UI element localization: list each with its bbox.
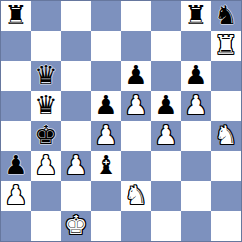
- square-d7[interactable]: [91, 31, 121, 61]
- square-a2[interactable]: ♟: [1, 181, 31, 211]
- square-f3[interactable]: [151, 151, 181, 181]
- piece-black-rook[interactable]: ♜: [4, 1, 27, 30]
- square-d1[interactable]: [91, 211, 121, 241]
- piece-black-queen[interactable]: ♛: [34, 61, 57, 90]
- square-e7[interactable]: [121, 31, 151, 61]
- square-b7[interactable]: [31, 31, 61, 61]
- square-d5[interactable]: ♟: [91, 91, 121, 121]
- piece-white-pawn[interactable]: ♟: [34, 151, 57, 180]
- piece-black-bishop[interactable]: ♝: [94, 151, 117, 180]
- square-g8[interactable]: ♜: [181, 1, 211, 31]
- square-c7[interactable]: [61, 31, 91, 61]
- piece-white-rook[interactable]: ♜: [214, 31, 237, 60]
- square-c1[interactable]: ♚: [61, 211, 91, 241]
- square-d8[interactable]: [91, 1, 121, 31]
- square-e3[interactable]: [121, 151, 151, 181]
- square-a3[interactable]: ♟: [1, 151, 31, 181]
- square-g5[interactable]: ♟: [181, 91, 211, 121]
- square-c6[interactable]: [61, 61, 91, 91]
- square-h2[interactable]: [211, 181, 241, 211]
- square-d3[interactable]: ♝: [91, 151, 121, 181]
- square-b6[interactable]: ♛: [31, 61, 61, 91]
- square-f7[interactable]: [151, 31, 181, 61]
- square-a8[interactable]: ♜: [1, 1, 31, 31]
- square-g3[interactable]: [181, 151, 211, 181]
- square-a1[interactable]: [1, 211, 31, 241]
- square-h3[interactable]: [211, 151, 241, 181]
- square-a7[interactable]: [1, 31, 31, 61]
- square-d6[interactable]: [91, 61, 121, 91]
- square-c2[interactable]: [61, 181, 91, 211]
- square-b3[interactable]: ♟: [31, 151, 61, 181]
- piece-white-pawn[interactable]: ♟: [64, 151, 87, 180]
- square-a6[interactable]: [1, 61, 31, 91]
- piece-black-pawn[interactable]: ♟: [94, 91, 117, 120]
- square-f8[interactable]: [151, 1, 181, 31]
- square-b2[interactable]: [31, 181, 61, 211]
- square-b1[interactable]: [31, 211, 61, 241]
- square-h6[interactable]: [211, 61, 241, 91]
- square-h8[interactable]: ♞: [211, 1, 241, 31]
- square-e8[interactable]: [121, 1, 151, 31]
- square-h4[interactable]: ♞: [211, 121, 241, 151]
- piece-black-pawn[interactable]: ♟: [154, 91, 177, 120]
- square-e6[interactable]: ♟: [121, 61, 151, 91]
- square-c3[interactable]: ♟: [61, 151, 91, 181]
- square-d4[interactable]: ♟: [91, 121, 121, 151]
- square-h7[interactable]: ♜: [211, 31, 241, 61]
- square-c4[interactable]: [61, 121, 91, 151]
- square-b5[interactable]: ♛: [31, 91, 61, 121]
- piece-white-knight[interactable]: ♞: [124, 181, 147, 210]
- square-g2[interactable]: [181, 181, 211, 211]
- piece-black-knight[interactable]: ♞: [214, 1, 237, 30]
- piece-black-rook[interactable]: ♜: [184, 1, 207, 30]
- square-a4[interactable]: [1, 121, 31, 151]
- piece-white-pawn[interactable]: ♟: [124, 91, 147, 120]
- square-a5[interactable]: [1, 91, 31, 121]
- piece-white-pawn[interactable]: ♟: [154, 121, 177, 150]
- square-f2[interactable]: [151, 181, 181, 211]
- square-b4[interactable]: ♚: [31, 121, 61, 151]
- square-f5[interactable]: ♟: [151, 91, 181, 121]
- square-e2[interactable]: ♞: [121, 181, 151, 211]
- piece-white-pawn[interactable]: ♟: [94, 121, 117, 150]
- square-f4[interactable]: ♟: [151, 121, 181, 151]
- piece-white-knight[interactable]: ♞: [214, 121, 237, 150]
- square-e1[interactable]: [121, 211, 151, 241]
- piece-black-pawn[interactable]: ♟: [4, 151, 27, 180]
- piece-black-pawn[interactable]: ♟: [124, 61, 147, 90]
- square-h1[interactable]: [211, 211, 241, 241]
- square-h5[interactable]: [211, 91, 241, 121]
- square-f6[interactable]: [151, 61, 181, 91]
- chess-board: ♜♜♞♜♛♟♟♛♟♟♟♟♚♟♟♞♟♟♟♝♟♞♚: [0, 0, 242, 242]
- square-g6[interactable]: ♟: [181, 61, 211, 91]
- square-e5[interactable]: ♟: [121, 91, 151, 121]
- square-d2[interactable]: [91, 181, 121, 211]
- square-e4[interactable]: [121, 121, 151, 151]
- piece-white-pawn[interactable]: ♟: [184, 91, 207, 120]
- square-c5[interactable]: [61, 91, 91, 121]
- square-f1[interactable]: [151, 211, 181, 241]
- piece-black-king[interactable]: ♚: [34, 121, 57, 150]
- piece-white-king[interactable]: ♚: [64, 211, 87, 240]
- square-g4[interactable]: [181, 121, 211, 151]
- square-g7[interactable]: [181, 31, 211, 61]
- piece-black-queen[interactable]: ♛: [34, 91, 57, 120]
- square-c8[interactable]: [61, 1, 91, 31]
- square-g1[interactable]: [181, 211, 211, 241]
- piece-black-pawn[interactable]: ♟: [184, 61, 207, 90]
- piece-white-pawn[interactable]: ♟: [4, 181, 27, 210]
- square-b8[interactable]: [31, 1, 61, 31]
